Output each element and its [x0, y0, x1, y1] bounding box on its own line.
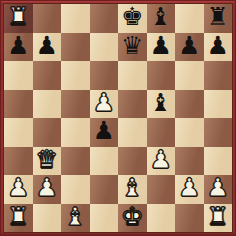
white-bishop-e2[interactable]: ♝	[121, 175, 143, 202]
square-c5[interactable]	[61, 90, 90, 119]
square-g2[interactable]: ♟	[175, 175, 204, 204]
white-queen-b3[interactable]: ♛	[36, 147, 58, 174]
square-b3[interactable]: ♛	[33, 147, 62, 176]
square-d1[interactable]	[90, 204, 119, 233]
square-f2[interactable]	[147, 175, 176, 204]
square-b5[interactable]	[33, 90, 62, 119]
white-pawn-f3[interactable]: ♟	[150, 147, 172, 174]
square-d3[interactable]	[90, 147, 119, 176]
white-pawn-g2[interactable]: ♟	[178, 175, 200, 202]
square-f6[interactable]	[147, 61, 176, 90]
square-g8[interactable]	[175, 4, 204, 33]
square-h5[interactable]	[204, 90, 233, 119]
white-pawn-d5[interactable]: ♟	[93, 90, 115, 117]
black-rook-h8[interactable]: ♜	[207, 4, 229, 31]
square-e1[interactable]: ♚	[118, 204, 147, 233]
square-c7[interactable]	[61, 33, 90, 62]
white-rook-a8[interactable]: ♜	[7, 4, 29, 31]
white-rook-a1[interactable]: ♜	[7, 204, 29, 231]
square-d2[interactable]	[90, 175, 119, 204]
black-pawn-a7[interactable]: ♟	[7, 33, 29, 60]
square-a3[interactable]	[4, 147, 33, 176]
square-a7[interactable]: ♟	[4, 33, 33, 62]
square-b4[interactable]	[33, 118, 62, 147]
square-e6[interactable]	[118, 61, 147, 90]
square-c3[interactable]	[61, 147, 90, 176]
square-a6[interactable]	[4, 61, 33, 90]
black-bishop-f8[interactable]: ♝	[150, 4, 172, 31]
square-h7[interactable]: ♟	[204, 33, 233, 62]
square-f8[interactable]: ♝	[147, 4, 176, 33]
white-pawn-a2[interactable]: ♟	[7, 175, 29, 202]
square-e5[interactable]	[118, 90, 147, 119]
square-h4[interactable]	[204, 118, 233, 147]
square-d6[interactable]	[90, 61, 119, 90]
square-c6[interactable]	[61, 61, 90, 90]
chess-board: ♜♚♝♜♟♟♛♟♟♟♟♝♟♛♟♟♟♝♟♟♜♝♚♜	[4, 4, 232, 232]
square-e2[interactable]: ♝	[118, 175, 147, 204]
square-a2[interactable]: ♟	[4, 175, 33, 204]
square-c1[interactable]: ♝	[61, 204, 90, 233]
black-bishop-f5[interactable]: ♝	[150, 90, 172, 117]
square-g5[interactable]	[175, 90, 204, 119]
black-king-e8[interactable]: ♚	[121, 4, 143, 31]
square-f1[interactable]	[147, 204, 176, 233]
square-f4[interactable]	[147, 118, 176, 147]
square-f5[interactable]: ♝	[147, 90, 176, 119]
black-pawn-g7[interactable]: ♟	[178, 33, 200, 60]
white-rook-h1[interactable]: ♜	[207, 204, 229, 231]
square-b8[interactable]	[33, 4, 62, 33]
square-b7[interactable]: ♟	[33, 33, 62, 62]
square-f7[interactable]: ♟	[147, 33, 176, 62]
square-h2[interactable]: ♟	[204, 175, 233, 204]
square-g7[interactable]: ♟	[175, 33, 204, 62]
square-h8[interactable]: ♜	[204, 4, 233, 33]
square-a8[interactable]: ♜	[4, 4, 33, 33]
square-c2[interactable]	[61, 175, 90, 204]
square-b6[interactable]	[33, 61, 62, 90]
square-e8[interactable]: ♚	[118, 4, 147, 33]
square-e3[interactable]	[118, 147, 147, 176]
square-g6[interactable]	[175, 61, 204, 90]
square-f3[interactable]: ♟	[147, 147, 176, 176]
square-a4[interactable]	[4, 118, 33, 147]
white-pawn-h2[interactable]: ♟	[207, 175, 229, 202]
square-a1[interactable]: ♜	[4, 204, 33, 233]
black-pawn-h7[interactable]: ♟	[207, 33, 229, 60]
white-bishop-c1[interactable]: ♝	[64, 204, 86, 231]
square-d7[interactable]	[90, 33, 119, 62]
square-c8[interactable]	[61, 4, 90, 33]
square-e7[interactable]: ♛	[118, 33, 147, 62]
white-king-e1[interactable]: ♚	[121, 204, 143, 231]
square-g1[interactable]	[175, 204, 204, 233]
square-h6[interactable]	[204, 61, 233, 90]
square-h1[interactable]: ♜	[204, 204, 233, 233]
black-queen-e7[interactable]: ♛	[121, 33, 143, 60]
square-d8[interactable]	[90, 4, 119, 33]
square-d5[interactable]: ♟	[90, 90, 119, 119]
square-g4[interactable]	[175, 118, 204, 147]
square-e4[interactable]	[118, 118, 147, 147]
square-b1[interactable]	[33, 204, 62, 233]
white-pawn-b2[interactable]: ♟	[36, 175, 58, 202]
board-frame: ♜♚♝♜♟♟♛♟♟♟♟♝♟♛♟♟♟♝♟♟♜♝♚♜	[0, 0, 236, 236]
square-b2[interactable]: ♟	[33, 175, 62, 204]
square-a5[interactable]	[4, 90, 33, 119]
black-pawn-f7[interactable]: ♟	[150, 33, 172, 60]
square-h3[interactable]	[204, 147, 233, 176]
square-d4[interactable]: ♟	[90, 118, 119, 147]
black-pawn-d4[interactable]: ♟	[93, 118, 115, 145]
square-g3[interactable]	[175, 147, 204, 176]
square-c4[interactable]	[61, 118, 90, 147]
black-pawn-b7[interactable]: ♟	[36, 33, 58, 60]
